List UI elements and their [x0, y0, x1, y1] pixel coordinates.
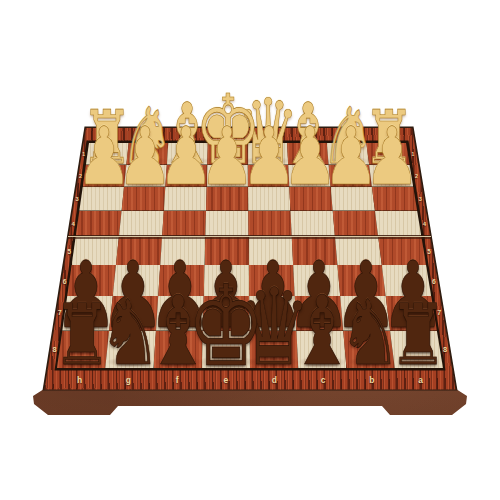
rank-label-left-4: 4 [72, 221, 75, 227]
board-fold-hinge [68, 235, 431, 239]
rank-label-right-4: 4 [423, 221, 426, 227]
chess-pieces: ♜♞♝♛♚♝♞♜♟♟♟♟♟♟♟♟♟♟♟♟♟♟♟♟♜♞♝♛♚♝♞♜ [0, 0, 500, 500]
piece-white-pawn-h2: ♟ [76, 117, 132, 197]
chess-set-photo: hgfedcba1234567812345678 ♜♞♝♛♚♝♞♜♟♟♟♟♟♟♟… [0, 0, 500, 500]
piece-black-rook-h8: ♜ [52, 293, 111, 377]
